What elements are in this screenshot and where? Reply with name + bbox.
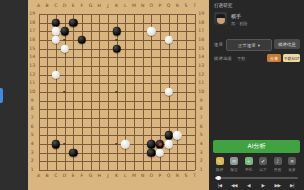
forward-ten-button[interactable]: ▶▶: [271, 182, 284, 189]
stone-white-C12: [52, 71, 60, 79]
grid-line-v: [186, 14, 187, 170]
stone-white-C16: [52, 36, 60, 44]
col-label-bottom: L: [124, 173, 127, 178]
col-label-top: K: [115, 3, 118, 8]
row-label-left: 10: [29, 90, 35, 95]
row-label-right: 1: [200, 168, 203, 173]
seek-knob[interactable]: [216, 176, 220, 180]
player-info: 黑 · 初段: [231, 21, 248, 26]
grid-line-h: [39, 170, 195, 171]
col-label-top: Q: [167, 3, 171, 8]
stone-black-C18: [52, 18, 60, 26]
row-label-right: 6: [200, 124, 203, 129]
col-label-bottom: G: [89, 173, 93, 178]
grid-line-v: [134, 14, 135, 170]
download-sgf-button[interactable]: 下载SGF: [283, 54, 300, 62]
tool-sound[interactable]: ♪ 音效: [271, 157, 284, 172]
speed-select[interactable]: 正常速度 ▾: [226, 39, 272, 51]
go-board[interactable]: AA1919BB1818CC1717DD1616EE1515FF1414GG13…: [28, 0, 209, 190]
col-label-top: B: [46, 3, 49, 8]
col-label-top: C: [54, 3, 57, 8]
col-label-top: O: [149, 3, 153, 8]
grid-line-v: [143, 14, 144, 170]
col-label-bottom: A: [37, 173, 40, 178]
row-label-left: 15: [29, 46, 35, 51]
col-label-bottom: J: [107, 173, 108, 178]
col-label-top: M: [132, 3, 136, 8]
col-label-top: D: [63, 3, 67, 8]
col-label-top: G: [89, 3, 93, 8]
options-value: 手数: [237, 56, 245, 61]
row-label-right: 8: [200, 107, 203, 112]
col-label-bottom: D: [63, 173, 67, 178]
share-button[interactable]: 分享: [267, 54, 281, 62]
row-label-right: 4: [200, 142, 203, 147]
col-label-top: J: [107, 3, 108, 8]
row-label-right: 7: [200, 116, 203, 121]
stone-white-R5: [173, 131, 181, 139]
tool-label: 变化: [242, 167, 255, 172]
last-move-marker: [158, 143, 161, 146]
forward-one-button[interactable]: ▶: [257, 182, 270, 189]
avatar-hair-shape: [216, 14, 225, 18]
stone-black-O4: [147, 140, 155, 148]
stone-white-L4: [121, 140, 129, 148]
message-icon: ✉: [230, 157, 238, 165]
tool-variation[interactable]: + 变化: [242, 157, 255, 172]
grid-line-v: [177, 14, 178, 170]
row-label-right: 12: [198, 72, 204, 77]
grid-line-h: [39, 161, 195, 162]
comment-icon: ✎: [216, 157, 224, 165]
col-label-bottom: M: [132, 173, 136, 178]
tool-label: 留言: [228, 167, 241, 172]
row-label-left: 3: [31, 151, 34, 156]
kifu-info-button[interactable]: 棋谱信息: [274, 39, 300, 49]
row-label-left: 7: [31, 116, 34, 121]
stone-white-P3: [156, 149, 164, 157]
back-ten-button[interactable]: ◀◀: [228, 182, 241, 189]
col-label-bottom: B: [46, 173, 49, 178]
row-label-left: 4: [31, 142, 34, 147]
row-label-right: 10: [198, 90, 204, 95]
col-label-bottom: T: [193, 173, 196, 178]
col-label-top: A: [37, 3, 40, 8]
tool-label: 音效: [271, 167, 284, 172]
stone-black-E3: [69, 149, 77, 157]
stone-black-K15: [112, 44, 120, 52]
col-label-top: S: [185, 3, 188, 8]
left-rail: [0, 0, 28, 190]
tool-label: 试下: [257, 167, 270, 172]
row-label-left: 11: [29, 81, 35, 86]
options-label: 棋谱选项: [214, 56, 232, 61]
star-point: [115, 91, 118, 94]
stone-white-D15: [60, 44, 68, 52]
row-label-left: 13: [29, 64, 35, 69]
stone-black-E18: [69, 18, 77, 26]
col-label-top: R: [176, 3, 179, 8]
stone-white-Q10: [164, 88, 172, 96]
row-label-left: 16: [29, 38, 35, 43]
tool-label: 棋评: [213, 167, 226, 172]
chevron-down-icon: ▾: [258, 43, 260, 48]
speed-select-value: 正常速度: [238, 43, 256, 48]
tool-more[interactable]: ≡ 更多: [286, 157, 299, 172]
row-label-right: 11: [198, 81, 204, 86]
grid-line-h: [39, 153, 195, 154]
first-move-button[interactable]: |◀: [213, 182, 226, 189]
row-label-right: 19: [198, 12, 204, 17]
stone-white-O17: [147, 27, 155, 35]
back-one-button[interactable]: ◀: [242, 182, 255, 189]
row-label-right: 13: [198, 64, 204, 69]
row-label-right: 17: [198, 29, 204, 34]
col-label-bottom: F: [81, 173, 84, 178]
stone-black-F16: [78, 36, 86, 44]
trial-move-icon: ✔: [259, 157, 267, 165]
col-label-top: F: [81, 3, 84, 8]
row-label-left: 14: [29, 55, 35, 60]
row-label-left: 1: [31, 168, 34, 173]
tool-message[interactable]: ✉ 留言: [228, 157, 241, 172]
grid-line-h: [39, 118, 195, 119]
col-label-bottom: N: [141, 173, 144, 178]
col-label-top: T: [193, 3, 196, 8]
row-label-left: 17: [29, 29, 35, 34]
col-label-bottom: S: [185, 173, 188, 178]
stone-white-Q4: [164, 140, 172, 148]
col-label-top: N: [141, 3, 144, 8]
grid-line-v: [195, 14, 196, 170]
tool-label: 更多: [286, 167, 299, 172]
grid-line-h: [39, 109, 195, 110]
stone-black-C4: [52, 140, 60, 148]
col-label-top: H: [97, 3, 100, 8]
grid-line-h: [39, 127, 195, 128]
sidebar-toggle-tab[interactable]: [0, 88, 3, 103]
col-label-top: L: [124, 3, 127, 8]
grid-line-h: [39, 101, 195, 102]
row-label-right: 9: [200, 98, 203, 103]
tool-trial[interactable]: ✔ 试下: [257, 157, 270, 172]
row-label-right: 5: [200, 133, 203, 138]
stone-white-Q16: [164, 36, 172, 44]
col-label-top: E: [72, 3, 75, 8]
sound-icon: ♪: [274, 157, 282, 165]
row-label-right: 14: [198, 55, 204, 60]
stone-black-K17: [112, 27, 120, 35]
move-seek-bar[interactable]: [215, 177, 298, 179]
tool-comment[interactable]: ✎ 棋评: [213, 157, 226, 172]
add-variation-icon: +: [245, 157, 253, 165]
row-label-left: 9: [31, 98, 34, 103]
col-label-bottom: P: [159, 173, 162, 178]
speed-label: 速度: [214, 42, 223, 47]
stone-black-Q5: [164, 131, 172, 139]
col-label-bottom: H: [97, 173, 100, 178]
stone-black-O3: [147, 149, 155, 157]
panel-header: 打谱研究: [214, 3, 232, 8]
row-label-right: 16: [198, 38, 204, 43]
col-label-bottom: O: [149, 173, 153, 178]
row-label-left: 6: [31, 124, 34, 129]
row-label-left: 19: [29, 12, 35, 17]
row-label-left: 2: [31, 159, 34, 164]
row-label-left: 5: [31, 133, 34, 138]
col-label-bottom: Q: [167, 173, 171, 178]
col-label-bottom: C: [54, 173, 57, 178]
row-label-left: 18: [29, 20, 35, 25]
ai-analysis-button[interactable]: AI分析: [213, 140, 300, 153]
right-panel: 打谱研究 棋手 黑 · 初段 速度 正常速度 ▾ 棋谱信息 棋谱选项 手数 分享…: [209, 0, 304, 190]
col-label-bottom: R: [176, 173, 179, 178]
col-label-top: P: [159, 3, 162, 8]
row-label-right: 15: [198, 46, 204, 51]
avatar: [214, 12, 227, 25]
stone-black-D17: [60, 27, 68, 35]
row-label-right: 3: [200, 151, 203, 156]
stone-black-P4: [156, 140, 164, 148]
more-menu-icon: ≡: [288, 157, 296, 165]
row-label-left: 8: [31, 107, 34, 112]
stone-white-C17: [52, 27, 60, 35]
row-label-right: 2: [200, 159, 203, 164]
row-label-right: 18: [198, 20, 204, 25]
row-label-left: 12: [29, 72, 35, 77]
col-label-bottom: E: [72, 173, 75, 178]
last-move-button[interactable]: ▶|: [286, 182, 299, 189]
player-name: 棋手: [231, 13, 241, 19]
col-label-bottom: K: [115, 173, 118, 178]
